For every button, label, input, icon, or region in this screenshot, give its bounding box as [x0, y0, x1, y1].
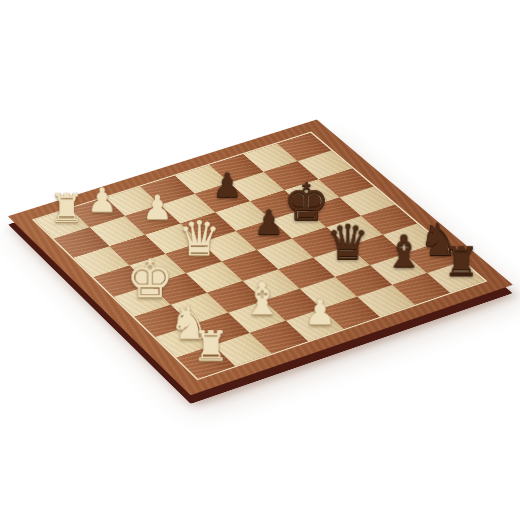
- piece-white-pawn-h2[interactable]: ♟: [82, 183, 122, 217]
- piece-black-rook-a8[interactable]: ♜: [441, 241, 483, 281]
- square-h1[interactable]: ♜: [35, 209, 90, 239]
- chess-board: ♜♟♟♟♛♟♚♚♛♞♝♝♞♜♟♜: [8, 119, 513, 395]
- piece-black-king-e6[interactable]: ♚: [284, 176, 325, 228]
- piece-white-rook-h1[interactable]: ♜: [46, 188, 87, 228]
- piece-black-pawn-e5[interactable]: ♟: [249, 205, 290, 239]
- piece-black-queen-c6[interactable]: ♛: [326, 218, 367, 266]
- square-d3[interactable]: [186, 262, 243, 293]
- piece-white-pawn-a4[interactable]: ♟: [299, 295, 341, 330]
- piece-white-king-d1[interactable]: ♚: [126, 252, 168, 305]
- playing-field: ♜♟♟♟♛♟♚♚♛♞♝♝♞♜♟♜: [32, 132, 488, 381]
- piece-white-bishop-b3[interactable]: ♝: [241, 276, 283, 321]
- piece-black-bishop-b7[interactable]: ♝: [383, 230, 424, 274]
- board-frame: ♜♟♟♟♛♟♚♚♛♞♝♝♞♜♟♜: [8, 119, 513, 395]
- piece-white-pawn-g3[interactable]: ♟: [137, 191, 178, 225]
- piece-white-queen-e3[interactable]: ♛: [178, 214, 219, 262]
- piece-white-rook-a1[interactable]: ♜: [190, 325, 233, 367]
- piece-black-pawn-g5[interactable]: ♟: [207, 169, 247, 202]
- photo-backdrop: ♜♟♟♟♛♟♚♚♛♞♝♝♞♜♟♜: [0, 0, 520, 520]
